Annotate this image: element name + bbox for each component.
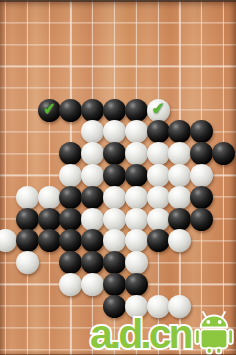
white-stone — [38, 186, 61, 209]
black-stone — [59, 99, 82, 122]
black-stone — [103, 273, 126, 296]
white-stone — [16, 186, 39, 209]
black-stone — [59, 208, 82, 231]
black-stone — [81, 99, 104, 122]
white-stone — [81, 273, 104, 296]
white-stone — [103, 208, 126, 231]
white-stone — [81, 208, 104, 231]
black-stone — [81, 186, 104, 209]
black-stone — [16, 208, 39, 231]
watermark-text: a.d.cn — [90, 312, 191, 355]
black-stone — [190, 186, 213, 209]
black-stone — [190, 142, 213, 165]
white-stone — [125, 120, 148, 143]
black-stone — [103, 251, 126, 274]
android-robot-icon — [194, 310, 234, 355]
white-stone — [190, 164, 213, 187]
white-stone — [81, 164, 104, 187]
black-stone — [81, 229, 104, 252]
black-stone — [16, 229, 39, 252]
white-stone — [81, 142, 104, 165]
white-stone — [16, 251, 39, 274]
white-stone — [168, 229, 191, 252]
white-stone — [147, 208, 170, 231]
black-stone — [38, 99, 61, 122]
black-stone — [81, 251, 104, 274]
white-stone — [147, 186, 170, 209]
white-stone — [125, 251, 148, 274]
black-stone — [103, 99, 126, 122]
white-stone — [125, 186, 148, 209]
black-stone — [125, 273, 148, 296]
black-stone — [103, 164, 126, 187]
black-stone — [38, 229, 61, 252]
white-stone — [168, 164, 191, 187]
board-surface[interactable]: ✔✔ — [0, 0, 236, 355]
black-stone — [59, 251, 82, 274]
black-stone — [59, 142, 82, 165]
black-stone — [147, 229, 170, 252]
white-stone — [59, 273, 82, 296]
black-stone — [125, 164, 148, 187]
white-stone — [0, 229, 17, 252]
black-stone — [190, 120, 213, 143]
white-stone — [168, 142, 191, 165]
black-stone — [168, 120, 191, 143]
black-stone — [168, 208, 191, 231]
top-edge-divider — [0, 0, 236, 2]
black-stone — [190, 208, 213, 231]
game-screen: ✔✔ a.d.cn — [0, 0, 236, 355]
black-stone — [38, 208, 61, 231]
black-stone — [59, 229, 82, 252]
white-stone — [125, 229, 148, 252]
white-stone — [59, 164, 82, 187]
white-stone — [147, 164, 170, 187]
white-stone — [103, 229, 126, 252]
white-stone — [103, 186, 126, 209]
black-stone — [212, 142, 235, 165]
white-stone — [147, 99, 170, 122]
white-stone — [147, 142, 170, 165]
black-stone — [59, 186, 82, 209]
black-stone — [103, 142, 126, 165]
black-stone — [125, 99, 148, 122]
white-stone — [168, 186, 191, 209]
white-stone — [125, 208, 148, 231]
white-stone — [103, 120, 126, 143]
black-stone — [147, 120, 170, 143]
white-stone — [125, 142, 148, 165]
white-stone — [81, 120, 104, 143]
